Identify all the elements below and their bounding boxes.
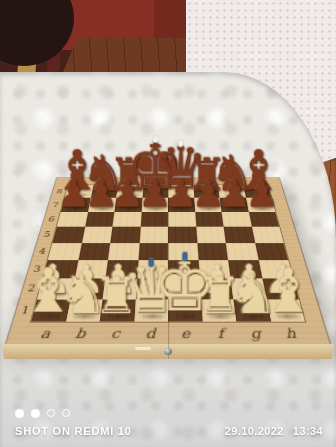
square-d5 bbox=[139, 227, 168, 243]
square-f6 bbox=[195, 212, 224, 227]
camera-watermark: SHOT ON REDMI 10 bbox=[15, 409, 132, 437]
square-d6 bbox=[140, 212, 168, 227]
square-c6 bbox=[112, 212, 141, 227]
square-c5 bbox=[110, 227, 140, 243]
square-e7: ♟ bbox=[168, 198, 195, 212]
photo-scene: ♝♞♜♚♛♜♞♝♟♟♟♟♟♟♟♟♟♟♟♟♟♟♟♟♝♞♜♛♚♜♞♝ abcdefg… bbox=[0, 0, 336, 447]
square-g5 bbox=[224, 227, 255, 243]
piece-black-pawn: ♟ bbox=[245, 175, 278, 212]
wm-circle-outline bbox=[62, 409, 70, 417]
watermark-time: 13:34 bbox=[293, 425, 323, 437]
painted-finial-tip bbox=[179, 140, 183, 147]
wm-circle-outline bbox=[47, 409, 55, 417]
wm-circle-filled bbox=[31, 409, 40, 418]
watermark-dots-icon bbox=[15, 409, 132, 418]
square-g7: ♟ bbox=[220, 198, 249, 212]
square-b5 bbox=[81, 227, 112, 243]
square-h7: ♟ bbox=[246, 198, 276, 212]
square-h6 bbox=[248, 212, 279, 227]
wm-circle-filled bbox=[15, 409, 24, 418]
square-g6 bbox=[222, 212, 252, 227]
watermark-date: 29.10.2022 bbox=[225, 425, 284, 437]
dark-furniture-corner bbox=[0, 0, 74, 66]
square-e6 bbox=[168, 212, 196, 227]
watermark-datetime: 29.10.202213:34 bbox=[225, 425, 323, 437]
square-h5 bbox=[251, 227, 283, 243]
square-a6 bbox=[57, 212, 88, 227]
watermark-brand-text: SHOT ON REDMI 10 bbox=[15, 425, 132, 437]
square-e5 bbox=[168, 227, 197, 243]
square-b6 bbox=[85, 212, 115, 227]
square-a5 bbox=[53, 227, 85, 243]
square-f5 bbox=[196, 227, 226, 243]
painted-finial-tip bbox=[182, 252, 188, 262]
